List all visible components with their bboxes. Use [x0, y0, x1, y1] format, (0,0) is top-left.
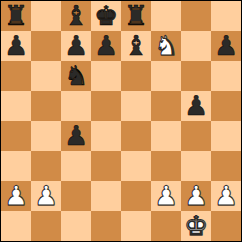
- square-f4[interactable]: [151, 121, 181, 151]
- piece-black-pawn: ♟: [64, 122, 88, 149]
- square-c8[interactable]: ♝: [61, 1, 91, 31]
- square-b7[interactable]: [31, 31, 61, 61]
- square-c3[interactable]: [61, 151, 91, 181]
- square-d8[interactable]: ♚: [91, 1, 121, 31]
- piece-black-pawn: ♟: [64, 32, 88, 59]
- square-a1[interactable]: [1, 211, 31, 241]
- square-d1[interactable]: [91, 211, 121, 241]
- square-c2[interactable]: [61, 181, 91, 211]
- piece-black-bishop: ♝: [124, 32, 148, 59]
- piece-white-knight: ♞: [154, 32, 178, 59]
- square-h8[interactable]: [211, 1, 241, 31]
- square-h7[interactable]: ♟: [211, 31, 241, 61]
- square-f1[interactable]: [151, 211, 181, 241]
- square-h4[interactable]: [211, 121, 241, 151]
- square-d7[interactable]: ♟: [91, 31, 121, 61]
- square-g8[interactable]: [181, 1, 211, 31]
- square-f8[interactable]: [151, 1, 181, 31]
- square-f5[interactable]: [151, 91, 181, 121]
- square-b5[interactable]: [31, 91, 61, 121]
- square-g1[interactable]: ♚: [181, 211, 211, 241]
- piece-black-king: ♚: [94, 2, 118, 29]
- piece-black-pawn: ♟: [4, 32, 28, 59]
- square-g6[interactable]: [181, 61, 211, 91]
- square-b6[interactable]: [31, 61, 61, 91]
- piece-black-rook: ♜: [124, 2, 148, 29]
- square-b1[interactable]: [31, 211, 61, 241]
- square-a6[interactable]: [1, 61, 31, 91]
- square-f3[interactable]: [151, 151, 181, 181]
- square-a8[interactable]: ♜: [1, 1, 31, 31]
- square-c6[interactable]: ♞: [61, 61, 91, 91]
- square-f2[interactable]: ♟: [151, 181, 181, 211]
- square-a3[interactable]: [1, 151, 31, 181]
- square-b3[interactable]: [31, 151, 61, 181]
- piece-black-rook: ♜: [4, 2, 28, 29]
- square-g2[interactable]: ♟: [181, 181, 211, 211]
- piece-black-pawn: ♟: [214, 32, 238, 59]
- square-c7[interactable]: ♟: [61, 31, 91, 61]
- chess-board: ♜♝♚♜♟♟♟♝♞♟♞♟♟♟♟♟♟♟♚: [0, 0, 242, 242]
- square-e8[interactable]: ♜: [121, 1, 151, 31]
- piece-black-bishop: ♝: [64, 2, 88, 29]
- square-h3[interactable]: [211, 151, 241, 181]
- piece-black-pawn: ♟: [94, 32, 118, 59]
- square-d6[interactable]: [91, 61, 121, 91]
- square-e2[interactable]: [121, 181, 151, 211]
- square-a5[interactable]: [1, 91, 31, 121]
- piece-white-king: ♚: [184, 212, 208, 239]
- square-h6[interactable]: [211, 61, 241, 91]
- square-d2[interactable]: [91, 181, 121, 211]
- square-e3[interactable]: [121, 151, 151, 181]
- piece-black-knight: ♞: [64, 62, 88, 89]
- piece-white-pawn: ♟: [184, 182, 208, 209]
- square-h5[interactable]: [211, 91, 241, 121]
- square-c1[interactable]: [61, 211, 91, 241]
- piece-white-pawn: ♟: [214, 182, 238, 209]
- square-h1[interactable]: [211, 211, 241, 241]
- square-b2[interactable]: ♟: [31, 181, 61, 211]
- square-e4[interactable]: [121, 121, 151, 151]
- square-a7[interactable]: ♟: [1, 31, 31, 61]
- square-d3[interactable]: [91, 151, 121, 181]
- square-h2[interactable]: ♟: [211, 181, 241, 211]
- square-g4[interactable]: [181, 121, 211, 151]
- square-a4[interactable]: [1, 121, 31, 151]
- square-e1[interactable]: [121, 211, 151, 241]
- square-e7[interactable]: ♝: [121, 31, 151, 61]
- square-b4[interactable]: [31, 121, 61, 151]
- square-g7[interactable]: [181, 31, 211, 61]
- square-a2[interactable]: ♟: [1, 181, 31, 211]
- square-e5[interactable]: [121, 91, 151, 121]
- piece-white-pawn: ♟: [4, 182, 28, 209]
- square-g5[interactable]: ♟: [181, 91, 211, 121]
- square-d4[interactable]: [91, 121, 121, 151]
- piece-black-pawn: ♟: [184, 92, 208, 119]
- square-c4[interactable]: ♟: [61, 121, 91, 151]
- square-f6[interactable]: [151, 61, 181, 91]
- piece-white-pawn: ♟: [34, 182, 58, 209]
- square-c5[interactable]: [61, 91, 91, 121]
- square-g3[interactable]: [181, 151, 211, 181]
- square-d5[interactable]: [91, 91, 121, 121]
- square-b8[interactable]: [31, 1, 61, 31]
- piece-white-pawn: ♟: [154, 182, 178, 209]
- square-f7[interactable]: ♞: [151, 31, 181, 61]
- square-e6[interactable]: [121, 61, 151, 91]
